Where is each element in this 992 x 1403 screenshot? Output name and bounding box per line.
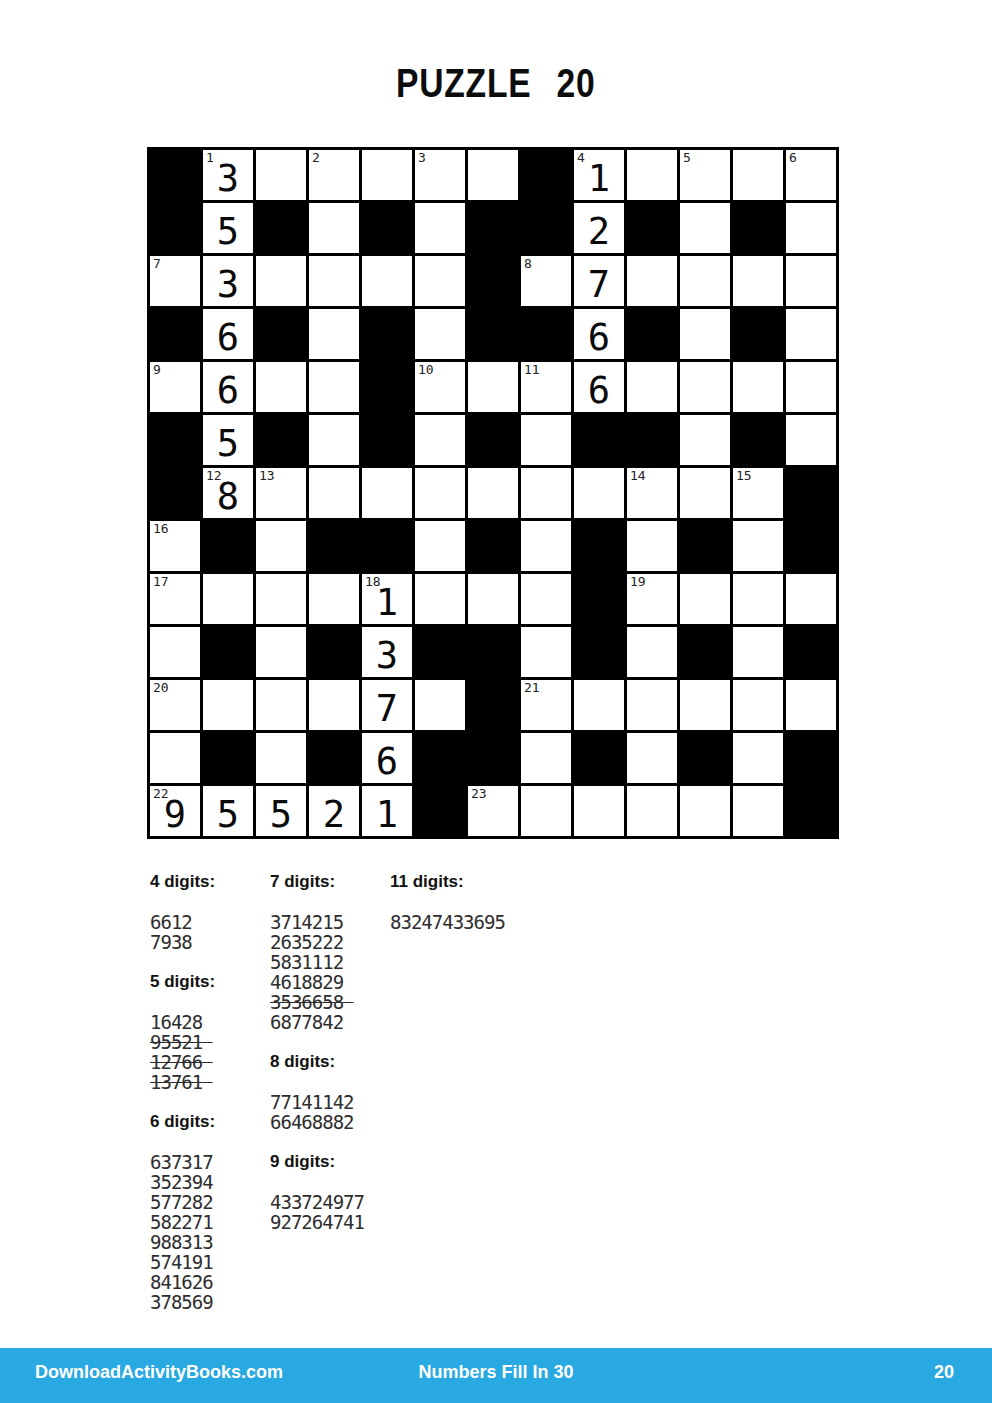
cell-digit: 6 [376, 743, 398, 780]
word-list-column: 7 digits:3714215263522258311124618829353… [270, 872, 382, 1252]
word-list-item: 582271 [150, 1212, 262, 1232]
grid-cell-black [786, 733, 836, 783]
grid-cell[interactable]: 23 [468, 786, 518, 836]
word-list-item: 2635222 [270, 932, 382, 952]
grid-cell[interactable]: 17 [150, 574, 200, 624]
grid-cell[interactable]: 11 [521, 362, 571, 412]
grid-cell[interactable] [521, 627, 571, 677]
cell-digit: 6 [217, 372, 239, 409]
clue-number: 5 [683, 150, 691, 165]
grid-cell[interactable] [468, 574, 518, 624]
grid-cell[interactable] [309, 468, 359, 518]
grid-cell-black [150, 150, 200, 200]
clue-number: 16 [153, 521, 169, 536]
grid-cell-black [256, 203, 306, 253]
grid-cell[interactable]: 8 [521, 256, 571, 306]
word-list-item: 83247433695 [390, 912, 590, 932]
grid-cell-black [203, 521, 253, 571]
grid-cell[interactable] [786, 680, 836, 730]
grid-cell[interactable] [680, 468, 730, 518]
clue-number: 11 [524, 362, 540, 377]
grid-cell[interactable] [627, 521, 677, 571]
grid-cell[interactable]: 7 [150, 256, 200, 306]
cell-digit: 5 [217, 213, 239, 250]
clue-number: 10 [418, 362, 434, 377]
grid-cell[interactable]: 2 [309, 150, 359, 200]
cell-digit: 6 [217, 319, 239, 356]
grid-cell[interactable]: 6 [574, 309, 624, 359]
footer-bar: DownloadActivityBooks.com Numbers Fill I… [0, 1348, 992, 1403]
grid-cell[interactable] [786, 574, 836, 624]
grid-cell[interactable]: 20 [150, 680, 200, 730]
grid-cell-black [733, 309, 783, 359]
grid-cell[interactable] [680, 309, 730, 359]
grid-cell-black [203, 733, 253, 783]
word-list-item: 927264741 [270, 1212, 382, 1232]
grid-cell-black [150, 415, 200, 465]
grid-cell[interactable] [680, 574, 730, 624]
word-list-group: 6 digits:6373173523945772825822719883135… [150, 1112, 262, 1312]
grid-cell[interactable] [415, 574, 465, 624]
grid-cell[interactable]: 15 [733, 468, 783, 518]
cell-digit: 8 [217, 478, 239, 515]
grid-cell[interactable] [733, 733, 783, 783]
grid-cell[interactable]: 181 [362, 574, 412, 624]
word-list-item: 378569 [150, 1292, 262, 1312]
grid-cell-black [468, 256, 518, 306]
word-list-item: 637317 [150, 1152, 262, 1172]
grid-cell[interactable] [203, 680, 253, 730]
cell-digit: 3 [217, 266, 239, 303]
grid-cell[interactable] [256, 733, 306, 783]
word-list-item: 433724977 [270, 1192, 382, 1212]
grid-cell[interactable] [680, 786, 730, 836]
grid-cell-black [574, 733, 624, 783]
grid-cell-black [256, 309, 306, 359]
grid-cell[interactable]: 5 [680, 150, 730, 200]
grid-cell[interactable] [680, 415, 730, 465]
grid-cell-black [203, 627, 253, 677]
grid-cell-black [574, 574, 624, 624]
word-list-group: 5 digits:16428955211276613761 [150, 972, 262, 1092]
grid-cell[interactable] [309, 203, 359, 253]
grid-cell-black [150, 468, 200, 518]
grid-cell[interactable]: 9 [150, 362, 200, 412]
grid-cell[interactable] [415, 415, 465, 465]
grid-cell[interactable] [680, 680, 730, 730]
grid-cell[interactable]: 10 [415, 362, 465, 412]
grid-cell-black [521, 309, 571, 359]
grid-cell[interactable] [415, 468, 465, 518]
word-list-heading: 4 digits: [150, 872, 262, 892]
grid-cell-black [150, 203, 200, 253]
grid-cell-black [415, 733, 465, 783]
grid-cell[interactable] [362, 256, 412, 306]
grid-cell[interactable]: 3 [362, 627, 412, 677]
clue-number: 2 [312, 150, 320, 165]
cell-digit: 3 [376, 637, 398, 674]
grid-cell[interactable] [256, 521, 306, 571]
grid-cell[interactable] [256, 574, 306, 624]
clue-number: 23 [471, 786, 487, 801]
cell-digit: 5 [217, 796, 239, 833]
word-list-item: 577282 [150, 1192, 262, 1212]
grid-cell[interactable] [733, 150, 783, 200]
grid-cell[interactable]: 5 [203, 415, 253, 465]
grid-cell[interactable] [627, 627, 677, 677]
word-list-item: 66468882 [270, 1112, 382, 1132]
grid-cell-black [574, 521, 624, 571]
grid-cell-black [468, 733, 518, 783]
cell-digit: 1 [588, 160, 610, 197]
clue-number: 4 [577, 150, 585, 165]
grid-cell[interactable] [468, 362, 518, 412]
word-list-item: 988313 [150, 1232, 262, 1252]
grid-cell[interactable]: 128 [203, 468, 253, 518]
grid-cell[interactable] [309, 256, 359, 306]
grid-cell[interactable]: 13 [203, 150, 253, 200]
grid-cell[interactable] [786, 415, 836, 465]
grid-cell[interactable]: 7 [362, 680, 412, 730]
grid-cell[interactable]: 13 [256, 468, 306, 518]
grid-cell[interactable] [786, 203, 836, 253]
grid-cell-black [468, 521, 518, 571]
clue-number: 12 [206, 468, 222, 483]
grid-cell[interactable] [256, 680, 306, 730]
word-list-item: 841626 [150, 1272, 262, 1292]
grid-cell[interactable] [627, 362, 677, 412]
puzzle-title-text: PUZZLE 20 [396, 60, 596, 107]
grid-cell[interactable]: 6 [574, 362, 624, 412]
grid-cell-black [627, 203, 677, 253]
grid-cell[interactable] [415, 203, 465, 253]
clue-number: 3 [418, 150, 426, 165]
cell-digit: 2 [588, 213, 610, 250]
cell-digit: 3 [217, 160, 239, 197]
cell-digit: 7 [588, 266, 610, 303]
clue-number: 20 [153, 680, 169, 695]
clue-number: 18 [365, 574, 381, 589]
grid-cell-black [415, 786, 465, 836]
grid-cell[interactable] [415, 680, 465, 730]
clue-number: 21 [524, 680, 540, 695]
word-list-column: 4 digits:661279385 digits:16428955211276… [150, 872, 262, 1332]
cell-digit: 6 [588, 372, 610, 409]
clue-number: 7 [153, 256, 161, 271]
word-list-item: 5831112 [270, 952, 382, 972]
clue-number: 17 [153, 574, 169, 589]
grid-cell-black [362, 309, 412, 359]
footer-book-title: Numbers Fill In 30 [0, 1362, 992, 1383]
grid-cell[interactable] [256, 150, 306, 200]
grid-cell-black [468, 415, 518, 465]
clue-number: 6 [789, 150, 797, 165]
grid-cell-black [786, 468, 836, 518]
cell-digit: 6 [588, 319, 610, 356]
grid-cell[interactable] [521, 574, 571, 624]
word-list-group: 9 digits:433724977927264741 [270, 1152, 382, 1232]
word-list-group: 8 digits:7714114266468882 [270, 1052, 382, 1132]
grid-cell[interactable] [362, 150, 412, 200]
grid-cell-black [786, 627, 836, 677]
grid-cell-black [468, 203, 518, 253]
grid-cell[interactable] [521, 733, 571, 783]
word-list-item-struck: 13761 [150, 1072, 262, 1092]
grid-cell[interactable] [256, 362, 306, 412]
grid-cell[interactable] [574, 468, 624, 518]
word-list-item: 6612 [150, 912, 262, 932]
grid-cell[interactable] [468, 468, 518, 518]
cell-digit: 1 [376, 796, 398, 833]
grid-cell-black [786, 521, 836, 571]
footer-page-number: 20 [934, 1362, 954, 1383]
grid-cell-black [150, 309, 200, 359]
word-list-group: 4 digits:66127938 [150, 872, 262, 952]
grid-cell[interactable] [415, 521, 465, 571]
grid-cell[interactable]: 1 [362, 786, 412, 836]
grid-cell-black [468, 627, 518, 677]
word-list-group: 7 digits:3714215263522258311124618829353… [270, 872, 382, 1032]
grid-cell[interactable] [309, 574, 359, 624]
grid-cell[interactable]: 19 [627, 574, 677, 624]
grid-cell-black [362, 203, 412, 253]
grid-cell-black [627, 415, 677, 465]
grid-cell[interactable] [733, 680, 783, 730]
grid-cell[interactable]: 41 [574, 150, 624, 200]
word-list-heading: 8 digits: [270, 1052, 382, 1072]
grid-cell-black [309, 627, 359, 677]
grid-cell[interactable] [150, 733, 200, 783]
word-list-item: 574191 [150, 1252, 262, 1272]
word-list-item-struck: 95521 [150, 1032, 262, 1052]
word-list-heading: 11 digits: [390, 872, 590, 892]
puzzle-title: PUZZLE 20 [0, 60, 992, 107]
grid-cell-black [415, 627, 465, 677]
grid-cell-black [468, 309, 518, 359]
grid-cell[interactable]: 2 [309, 786, 359, 836]
clue-number: 13 [259, 468, 275, 483]
grid-cell-black [680, 733, 730, 783]
grid-cell-black [521, 150, 571, 200]
word-list-group: 11 digits:83247433695 [390, 872, 590, 932]
word-list-item: 77141142 [270, 1092, 382, 1112]
clue-number: 22 [153, 786, 169, 801]
grid-cell[interactable]: 3 [203, 256, 253, 306]
word-list-heading: 7 digits: [270, 872, 382, 892]
grid-cell-black [309, 733, 359, 783]
word-list-heading: 9 digits: [270, 1152, 382, 1172]
grid-cell-black [362, 415, 412, 465]
grid-cell[interactable]: 2 [574, 203, 624, 253]
grid-cell[interactable] [574, 786, 624, 836]
grid-cell[interactable] [733, 627, 783, 677]
grid-cell[interactable] [733, 256, 783, 306]
grid-cell[interactable] [733, 786, 783, 836]
grid-cell[interactable] [309, 680, 359, 730]
clue-number: 9 [153, 362, 161, 377]
clue-number: 15 [736, 468, 752, 483]
grid-cell[interactable] [627, 786, 677, 836]
grid-cell[interactable] [627, 680, 677, 730]
grid-cell[interactable] [521, 468, 571, 518]
cell-digit: 5 [270, 796, 292, 833]
grid-cell[interactable] [786, 256, 836, 306]
grid-cell-black [680, 521, 730, 571]
word-list-item: 352394 [150, 1172, 262, 1192]
grid-cell-black [627, 309, 677, 359]
grid-cell[interactable] [309, 415, 359, 465]
clue-number: 19 [630, 574, 646, 589]
grid-cell[interactable]: 229 [150, 786, 200, 836]
word-list-item: 3714215 [270, 912, 382, 932]
grid-cell[interactable] [309, 309, 359, 359]
grid-cell[interactable]: 5 [256, 786, 306, 836]
grid-cell[interactable] [680, 203, 730, 253]
word-list-heading: 5 digits: [150, 972, 262, 992]
grid-cell-black [521, 203, 571, 253]
grid-cell[interactable]: 5 [203, 203, 253, 253]
grid-cell-black [574, 627, 624, 677]
word-list-item: 6877842 [270, 1012, 382, 1032]
grid-cell[interactable] [521, 521, 571, 571]
grid-cell[interactable] [203, 574, 253, 624]
grid-cell[interactable] [786, 362, 836, 412]
clue-number: 8 [524, 256, 532, 271]
grid-cell-black [362, 362, 412, 412]
grid-cell[interactable] [256, 627, 306, 677]
word-list-item-struck: 12766 [150, 1052, 262, 1072]
grid-cell[interactable] [627, 150, 677, 200]
grid-cell[interactable]: 14 [627, 468, 677, 518]
grid-cell[interactable]: 16 [150, 521, 200, 571]
grid-cell[interactable] [680, 256, 730, 306]
grid-cell[interactable] [627, 733, 677, 783]
grid-cell[interactable] [468, 150, 518, 200]
word-list-item-struck: 3536658 [270, 992, 382, 1012]
clue-number: 14 [630, 468, 646, 483]
grid-cell-black [574, 415, 624, 465]
grid-cell[interactable] [733, 574, 783, 624]
grid-cell[interactable]: 3 [415, 150, 465, 200]
grid-cell-black [309, 521, 359, 571]
grid-cell[interactable] [415, 309, 465, 359]
grid-cell[interactable] [733, 521, 783, 571]
grid-cell-black [468, 680, 518, 730]
cell-digit: 1 [376, 584, 398, 621]
grid-cell[interactable]: 6 [203, 309, 253, 359]
grid-cell[interactable] [415, 256, 465, 306]
grid-cell[interactable]: 6 [362, 733, 412, 783]
grid-cell[interactable] [256, 256, 306, 306]
grid-cell[interactable] [521, 415, 571, 465]
word-list-item: 7938 [150, 932, 262, 952]
grid-cell[interactable] [733, 362, 783, 412]
word-list-column: 11 digits:83247433695 [390, 872, 590, 952]
grid-cell[interactable]: 6 [203, 362, 253, 412]
cell-digit: 7 [376, 690, 398, 727]
grid-cell-black [362, 521, 412, 571]
grid-cell-black [733, 203, 783, 253]
grid-cell-black [786, 786, 836, 836]
cell-digit: 9 [164, 796, 186, 833]
word-list-item: 4618829 [270, 972, 382, 992]
word-list-item: 16428 [150, 1012, 262, 1032]
grid-cell-black [256, 415, 306, 465]
grid-cell[interactable] [680, 362, 730, 412]
grid-cell[interactable] [150, 627, 200, 677]
grid-cell[interactable] [362, 468, 412, 518]
cell-digit: 2 [323, 796, 345, 833]
grid-cell-black [680, 627, 730, 677]
cell-digit: 5 [217, 425, 239, 462]
grid-cell[interactable]: 7 [574, 256, 624, 306]
grid-cell[interactable]: 5 [203, 786, 253, 836]
grid-cell[interactable] [574, 680, 624, 730]
grid-cell[interactable]: 21 [521, 680, 571, 730]
puzzle-grid: 1323415652738766961011651281314151617181… [147, 147, 839, 839]
grid-cell[interactable] [521, 786, 571, 836]
grid-cell[interactable] [786, 309, 836, 359]
grid-cell[interactable] [309, 362, 359, 412]
word-list-heading: 6 digits: [150, 1112, 262, 1132]
clue-number: 1 [206, 150, 214, 165]
grid-cell[interactable] [627, 256, 677, 306]
grid-cell-black [733, 415, 783, 465]
grid-cell[interactable]: 6 [786, 150, 836, 200]
